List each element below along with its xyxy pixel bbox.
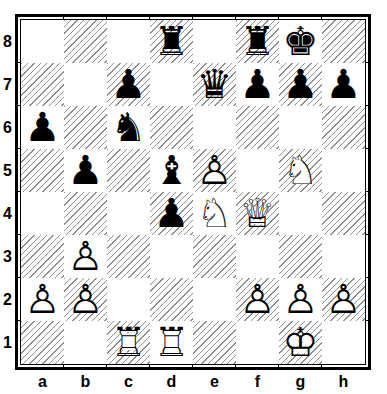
piece-black-rook-d8: ♜ [150,20,193,63]
file-label-d: d [150,370,193,394]
square-b6[interactable] [64,106,107,149]
piece-black-bishop-d5: ♝ [150,149,193,192]
square-h8[interactable] [322,20,365,63]
square-e8[interactable] [193,20,236,63]
frame-tick-top-6 [278,14,279,20]
rank-labels-column: 87654321 [0,14,15,370]
piece-white-king-g1: ♚♔ [279,321,322,364]
piece-black-pawn-b5: ♟ [64,149,107,192]
square-h6[interactable] [322,106,365,149]
square-a2[interactable]: ♟♙ [21,278,64,321]
square-f2[interactable]: ♟♙ [236,278,279,321]
file-label-h: h [322,370,365,394]
square-e2[interactable] [193,278,236,321]
piece-black-pawn-h7: ♟ [322,63,365,106]
square-g4[interactable] [279,192,322,235]
frame-tick-right-5 [365,234,371,235]
piece-outline: ♘ [283,150,319,190]
piece-black-pawn-d4: ♟ [150,192,193,235]
square-a3[interactable] [21,235,64,278]
square-c2[interactable] [107,278,150,321]
square-d2[interactable] [150,278,193,321]
piece-outline: ♖ [154,322,190,362]
square-g5[interactable]: ♞♘ [279,149,322,192]
square-g7[interactable]: ♟ [279,63,322,106]
frame-tick-left-2 [15,105,21,106]
square-d3[interactable] [150,235,193,278]
rank-label-6: 6 [3,106,12,149]
square-a8[interactable] [21,20,64,63]
square-f3[interactable] [236,235,279,278]
frame-tick-left-1 [15,62,21,63]
piece-white-pawn-b3: ♟♙ [64,235,107,278]
square-f6[interactable] [236,106,279,149]
piece-white-pawn-h2: ♟♙ [322,278,365,321]
board-inner-border: ♜♜♚♟♛♟♟♟♟♞♟♝♟♙♞♘♟♞♘♛♕♟♙♟♙♟♙♟♙♟♙♟♙♜♖♜♖♚♔ [20,19,366,365]
square-d7[interactable] [150,63,193,106]
rank-label-5: 5 [3,149,12,192]
piece-white-queen-f4: ♛♕ [236,192,279,235]
square-g3[interactable] [279,235,322,278]
piece-black-pawn-a6: ♟ [21,106,64,149]
piece-white-pawn-b2: ♟♙ [64,278,107,321]
piece-white-rook-d1: ♜♖ [150,321,193,364]
piece-black-pawn-c7: ♟ [107,63,150,106]
piece-outline: ♔ [283,322,319,362]
piece-outline: ♕ [240,193,276,233]
square-b4[interactable] [64,192,107,235]
square-e7[interactable]: ♛ [193,63,236,106]
square-d8[interactable]: ♜ [150,20,193,63]
piece-glyph: ♟ [68,150,104,190]
square-h4[interactable] [322,192,365,235]
piece-glyph: ♟ [111,64,147,104]
rank-label-3: 3 [3,235,12,278]
square-h5[interactable] [322,149,365,192]
piece-white-pawn-f2: ♟♙ [236,278,279,321]
square-e1[interactable] [193,321,236,364]
rank-label-1: 1 [3,321,12,364]
frame-tick-right-7 [365,320,371,321]
frame-tick-top-7 [321,14,322,20]
piece-outline: ♙ [283,279,319,319]
piece-white-pawn-e5: ♟♙ [193,149,236,192]
piece-outline: ♙ [197,150,233,190]
frame-tick-top-3 [149,14,150,20]
rank-label-4: 4 [3,192,12,235]
piece-outline: ♘ [197,193,233,233]
square-b1[interactable] [64,321,107,364]
square-h3[interactable] [322,235,365,278]
piece-glyph: ♜ [154,21,190,61]
piece-black-pawn-g7: ♟ [279,63,322,106]
square-g2[interactable]: ♟♙ [279,278,322,321]
file-label-e: e [193,370,236,394]
frame-tick-top-2 [106,14,107,20]
square-e6[interactable] [193,106,236,149]
frame-tick-right-1 [365,62,371,63]
frame-tick-right-3 [365,148,371,149]
piece-glyph: ♟ [326,64,362,104]
piece-black-queen-e7: ♛ [193,63,236,106]
piece-white-pawn-g2: ♟♙ [279,278,322,321]
square-d6[interactable] [150,106,193,149]
square-b5[interactable]: ♟ [64,149,107,192]
board-with-rank-labels: 87654321 ♜♜♚♟♛♟♟♟♟♞♟♝♟♙♞♘♟♞♘♛♕♟♙♟♙♟♙♟♙♟♙… [0,14,371,370]
piece-white-pawn-a2: ♟♙ [21,278,64,321]
piece-glyph: ♜ [240,21,276,61]
frame-tick-right-4 [365,191,371,192]
square-a7[interactable] [21,63,64,106]
square-f1[interactable] [236,321,279,364]
piece-black-king-g8: ♚ [279,20,322,63]
square-b2[interactable]: ♟♙ [64,278,107,321]
piece-glyph: ♚ [283,21,319,61]
board-frame: ♜♜♚♟♛♟♟♟♟♞♟♝♟♙♞♘♟♞♘♛♕♟♙♟♙♟♙♟♙♟♙♟♙♜♖♜♖♚♔ [15,14,371,370]
square-d4[interactable]: ♟ [150,192,193,235]
rank-label-7: 7 [3,63,12,106]
frame-tick-left-6 [15,277,21,278]
square-h2[interactable]: ♟♙ [322,278,365,321]
file-labels-row: abcdefgh [21,370,365,394]
piece-outline: ♙ [25,279,61,319]
square-g6[interactable] [279,106,322,149]
square-h7[interactable]: ♟ [322,63,365,106]
square-b7[interactable] [64,63,107,106]
chess-diagram: 87654321 ♜♜♚♟♛♟♟♟♟♞♟♝♟♙♞♘♟♞♘♛♕♟♙♟♙♟♙♟♙♟♙… [0,0,387,394]
square-a4[interactable] [21,192,64,235]
piece-outline: ♙ [68,279,104,319]
frame-tick-left-3 [15,148,21,149]
square-a1[interactable] [21,321,64,364]
file-label-a: a [21,370,64,394]
file-label-c: c [107,370,150,394]
piece-black-rook-f8: ♜ [236,20,279,63]
square-c3[interactable] [107,235,150,278]
frame-tick-left-5 [15,234,21,235]
piece-glyph: ♟ [25,107,61,147]
frame-tick-right-6 [365,277,371,278]
square-g1[interactable]: ♚♔ [279,321,322,364]
piece-outline: ♙ [326,279,362,319]
rank-label-8: 8 [3,20,12,63]
square-h1[interactable] [322,321,365,364]
square-f4[interactable]: ♛♕ [236,192,279,235]
frame-tick-top-5 [235,14,236,20]
square-a5[interactable] [21,149,64,192]
square-c8[interactable] [107,20,150,63]
piece-white-rook-c1: ♜♖ [107,321,150,364]
square-b8[interactable] [64,20,107,63]
square-g8[interactable]: ♚ [279,20,322,63]
square-d5[interactable]: ♝ [150,149,193,192]
piece-outline: ♖ [111,322,147,362]
square-e3[interactable] [193,235,236,278]
chess-board: ♜♜♚♟♛♟♟♟♟♞♟♝♟♙♞♘♟♞♘♛♕♟♙♟♙♟♙♟♙♟♙♟♙♜♖♜♖♚♔ [21,20,365,364]
piece-glyph: ♛ [197,64,233,104]
frame-tick-top-4 [192,14,193,20]
file-label-f: f [236,370,279,394]
piece-glyph: ♟ [154,193,190,233]
frame-tick-top-1 [63,14,64,20]
square-f8[interactable]: ♜ [236,20,279,63]
file-label-g: g [279,370,322,394]
frame-tick-left-4 [15,191,21,192]
piece-glyph: ♟ [283,64,319,104]
square-c4[interactable] [107,192,150,235]
piece-outline: ♙ [68,236,104,276]
square-f7[interactable]: ♟ [236,63,279,106]
file-label-b: b [64,370,107,394]
frame-tick-right-2 [365,105,371,106]
piece-glyph: ♞ [111,107,147,147]
square-c1[interactable]: ♜♖ [107,321,150,364]
square-c6[interactable]: ♞ [107,106,150,149]
piece-white-knight-e4: ♞♘ [193,192,236,235]
square-a6[interactable]: ♟ [21,106,64,149]
piece-black-knight-c6: ♞ [107,106,150,149]
piece-glyph: ♝ [154,150,190,190]
square-c5[interactable] [107,149,150,192]
rank-label-2: 2 [3,278,12,321]
piece-black-pawn-f7: ♟ [236,63,279,106]
square-b3[interactable]: ♟♙ [64,235,107,278]
frame-tick-left-7 [15,320,21,321]
square-d1[interactable]: ♜♖ [150,321,193,364]
square-c7[interactable]: ♟ [107,63,150,106]
square-e4[interactable]: ♞♘ [193,192,236,235]
piece-glyph: ♟ [240,64,276,104]
square-f5[interactable] [236,149,279,192]
piece-outline: ♙ [240,279,276,319]
square-e5[interactable]: ♟♙ [193,149,236,192]
piece-white-knight-g5: ♞♘ [279,149,322,192]
